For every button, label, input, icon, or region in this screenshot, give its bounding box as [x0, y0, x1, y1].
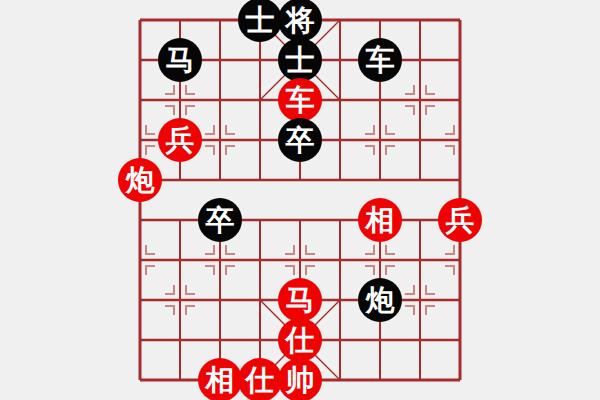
black-advisor[interactable]: 士 — [238, 0, 282, 42]
black-advisor[interactable]: 士 — [278, 38, 322, 82]
black-general[interactable]: 将 — [278, 0, 322, 42]
black-soldier[interactable]: 卒 — [278, 118, 322, 162]
red-advisor[interactable]: 仕 — [278, 318, 322, 362]
red-chariot[interactable]: 车 — [278, 78, 322, 122]
red-elephant[interactable]: 相 — [358, 198, 402, 242]
red-cannon[interactable]: 炮 — [118, 158, 162, 202]
red-soldier[interactable]: 兵 — [438, 198, 482, 242]
red-elephant[interactable]: 相 — [198, 358, 242, 400]
red-horse[interactable]: 马 — [278, 278, 322, 322]
black-chariot[interactable]: 车 — [358, 38, 402, 82]
red-soldier[interactable]: 兵 — [158, 118, 202, 162]
black-soldier[interactable]: 卒 — [198, 198, 242, 242]
xiangqi-board: 士将马士车车兵卒炮卒相兵马炮仕相仕帅 — [0, 0, 600, 400]
piece-layer: 士将马士车车兵卒炮卒相兵马炮仕相仕帅 — [0, 0, 600, 400]
black-cannon[interactable]: 炮 — [358, 278, 402, 322]
red-general[interactable]: 帅 — [278, 358, 322, 400]
black-horse[interactable]: 马 — [158, 38, 202, 82]
red-advisor[interactable]: 仕 — [238, 358, 282, 400]
